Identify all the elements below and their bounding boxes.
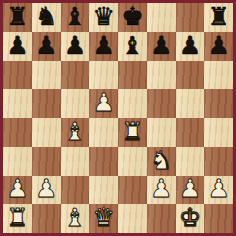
square-f5[interactable] [147, 89, 176, 118]
black-rook[interactable]: ♜ [207, 4, 229, 29]
square-e5[interactable] [118, 89, 147, 118]
square-e4[interactable]: ♜ [118, 118, 147, 147]
square-a5[interactable] [3, 89, 32, 118]
black-pawn[interactable]: ♟ [6, 33, 28, 58]
white-pawn[interactable]: ♟ [150, 176, 172, 201]
square-b7[interactable]: ♟ [32, 32, 61, 61]
square-g1[interactable]: ♚ [176, 204, 205, 233]
square-c7[interactable]: ♟ [61, 32, 90, 61]
black-queen[interactable]: ♛ [92, 4, 114, 29]
square-c1[interactable]: ♝ [61, 204, 90, 233]
white-bishop[interactable]: ♝ [64, 119, 86, 144]
square-f2[interactable]: ♟ [147, 176, 176, 205]
white-king[interactable]: ♚ [179, 205, 201, 230]
black-pawn[interactable]: ♟ [35, 33, 57, 58]
square-b1[interactable] [32, 204, 61, 233]
square-h1[interactable] [204, 204, 233, 233]
white-queen[interactable]: ♛ [92, 205, 114, 230]
square-h2[interactable]: ♟ [204, 176, 233, 205]
square-e7[interactable]: ♝ [118, 32, 147, 61]
black-rook[interactable]: ♜ [6, 4, 28, 29]
square-f6[interactable] [147, 61, 176, 90]
square-b4[interactable] [32, 118, 61, 147]
black-bishop[interactable]: ♝ [64, 4, 86, 29]
white-rook[interactable]: ♜ [6, 205, 28, 230]
square-e3[interactable] [118, 147, 147, 176]
square-g7[interactable]: ♟ [176, 32, 205, 61]
square-b5[interactable] [32, 89, 61, 118]
white-pawn[interactable]: ♟ [6, 176, 28, 201]
square-c3[interactable] [61, 147, 90, 176]
square-c2[interactable] [61, 176, 90, 205]
black-pawn[interactable]: ♟ [64, 33, 86, 58]
black-pawn[interactable]: ♟ [92, 33, 114, 58]
square-f4[interactable] [147, 118, 176, 147]
white-rook[interactable]: ♜ [121, 119, 143, 144]
square-c5[interactable] [61, 89, 90, 118]
square-a3[interactable] [3, 147, 32, 176]
square-b2[interactable]: ♟ [32, 176, 61, 205]
white-pawn[interactable]: ♟ [92, 90, 114, 115]
square-c8[interactable]: ♝ [61, 3, 90, 32]
square-d3[interactable] [89, 147, 118, 176]
square-d6[interactable] [89, 61, 118, 90]
square-e2[interactable] [118, 176, 147, 205]
square-h8[interactable]: ♜ [204, 3, 233, 32]
white-pawn[interactable]: ♟ [35, 176, 57, 201]
square-d1[interactable]: ♛ [89, 204, 118, 233]
square-b6[interactable] [32, 61, 61, 90]
square-a2[interactable]: ♟ [3, 176, 32, 205]
square-b8[interactable]: ♞ [32, 3, 61, 32]
black-bishop[interactable]: ♝ [121, 33, 143, 58]
black-pawn[interactable]: ♟ [179, 33, 201, 58]
square-g5[interactable] [176, 89, 205, 118]
square-h5[interactable] [204, 89, 233, 118]
square-g3[interactable] [176, 147, 205, 176]
square-h6[interactable] [204, 61, 233, 90]
square-d4[interactable] [89, 118, 118, 147]
square-g2[interactable]: ♟ [176, 176, 205, 205]
square-h3[interactable] [204, 147, 233, 176]
square-c6[interactable] [61, 61, 90, 90]
square-a6[interactable] [3, 61, 32, 90]
square-e8[interactable]: ♚ [118, 3, 147, 32]
black-pawn[interactable]: ♟ [207, 33, 229, 58]
square-d7[interactable]: ♟ [89, 32, 118, 61]
square-g8[interactable] [176, 3, 205, 32]
square-a8[interactable]: ♜ [3, 3, 32, 32]
board-frame: ♜♞♝♛♚♜♟♟♟♟♝♟♟♟♟♝♜♞♟♟♟♟♟♜♝♛♚ [0, 0, 236, 236]
square-e6[interactable] [118, 61, 147, 90]
black-king[interactable]: ♚ [121, 4, 143, 29]
chess-board[interactable]: ♜♞♝♛♚♜♟♟♟♟♝♟♟♟♟♝♜♞♟♟♟♟♟♜♝♛♚ [3, 3, 233, 233]
square-d8[interactable]: ♛ [89, 3, 118, 32]
square-c4[interactable]: ♝ [61, 118, 90, 147]
square-f3[interactable]: ♞ [147, 147, 176, 176]
square-a7[interactable]: ♟ [3, 32, 32, 61]
square-a1[interactable]: ♜ [3, 204, 32, 233]
square-h4[interactable] [204, 118, 233, 147]
square-f8[interactable] [147, 3, 176, 32]
white-pawn[interactable]: ♟ [179, 176, 201, 201]
white-pawn[interactable]: ♟ [207, 176, 229, 201]
square-e1[interactable] [118, 204, 147, 233]
black-knight[interactable]: ♞ [35, 4, 57, 29]
white-knight[interactable]: ♞ [150, 148, 172, 173]
square-f7[interactable]: ♟ [147, 32, 176, 61]
square-g6[interactable] [176, 61, 205, 90]
square-b3[interactable] [32, 147, 61, 176]
square-f1[interactable] [147, 204, 176, 233]
square-g4[interactable] [176, 118, 205, 147]
white-bishop[interactable]: ♝ [64, 205, 86, 230]
square-d5[interactable]: ♟ [89, 89, 118, 118]
square-a4[interactable] [3, 118, 32, 147]
square-h7[interactable]: ♟ [204, 32, 233, 61]
square-d2[interactable] [89, 176, 118, 205]
black-pawn[interactable]: ♟ [150, 33, 172, 58]
